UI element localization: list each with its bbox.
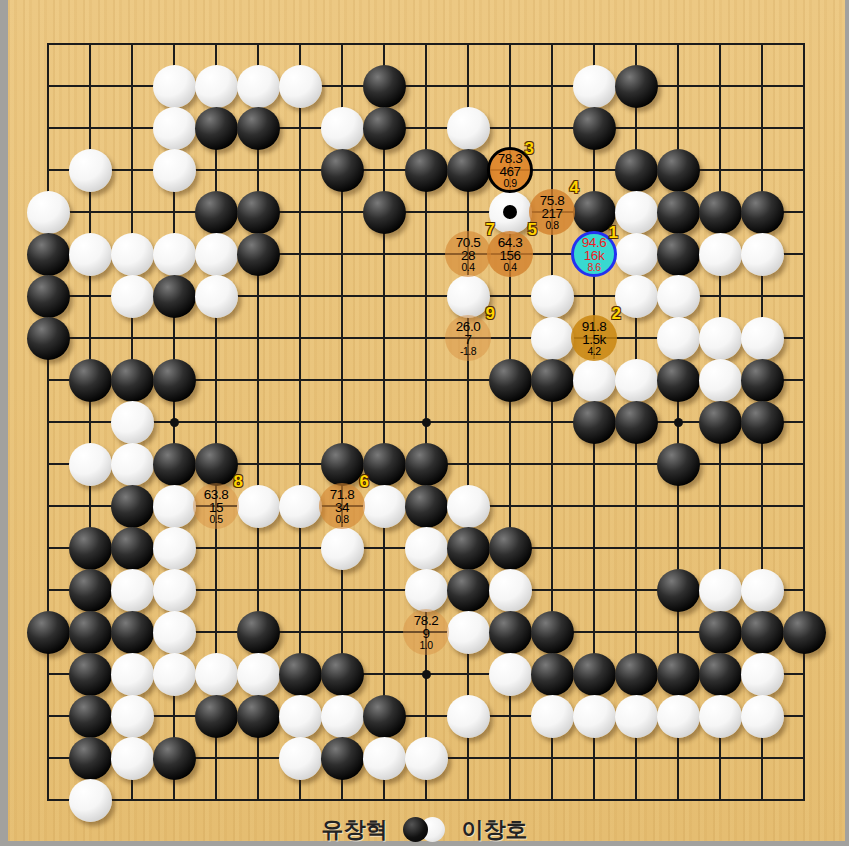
suggestion-rank: 9 bbox=[486, 304, 495, 324]
suggestion-winrate: 94.6 bbox=[582, 236, 606, 249]
stone-black bbox=[279, 653, 322, 696]
stone-white bbox=[405, 527, 448, 570]
suggestion-winrate: 26.0 bbox=[456, 320, 480, 333]
stone-white bbox=[447, 485, 490, 528]
stone-white bbox=[153, 611, 196, 654]
stone-white bbox=[195, 233, 238, 276]
ai-suggestion-move-3[interactable]: 78.34670.93 bbox=[487, 147, 533, 193]
stone-black bbox=[195, 443, 238, 486]
ai-suggestion-move-8[interactable]: 63.8150.58 bbox=[193, 483, 239, 529]
game-caption: 유창혁 이창호 bbox=[0, 815, 849, 845]
suggestion-winrate: 78.2 bbox=[414, 614, 438, 627]
suggestion-visits: 28 bbox=[461, 249, 475, 262]
suggestion-score: 8.6 bbox=[587, 262, 600, 273]
suggestion-winrate: 64.3 bbox=[498, 236, 522, 249]
stone-black bbox=[237, 233, 280, 276]
stone-black bbox=[405, 149, 448, 192]
suggestion-score: 0.9 bbox=[503, 178, 516, 189]
stone-white bbox=[699, 233, 742, 276]
suggestion-score: 0.4 bbox=[461, 262, 474, 273]
stone-white bbox=[741, 695, 784, 738]
grid-line bbox=[803, 43, 805, 801]
suggestion-winrate: 91.8 bbox=[582, 320, 606, 333]
stone-black bbox=[573, 653, 616, 696]
stone-black bbox=[237, 191, 280, 234]
stone-white bbox=[69, 443, 112, 486]
stone-white bbox=[195, 65, 238, 108]
stone-black bbox=[531, 611, 574, 654]
stone-black bbox=[237, 695, 280, 738]
stone-white bbox=[615, 233, 658, 276]
suggestion-winrate: 63.8 bbox=[204, 488, 228, 501]
ai-suggestion-move-1[interactable]: 94.616k8.61 bbox=[571, 231, 617, 277]
stone-white bbox=[195, 275, 238, 318]
stone-black bbox=[489, 611, 532, 654]
stone-white bbox=[615, 191, 658, 234]
stone-white bbox=[153, 485, 196, 528]
suggestion-score: 0.8 bbox=[545, 220, 558, 231]
suggestion-visits: 34 bbox=[335, 501, 349, 514]
stone-white bbox=[279, 695, 322, 738]
stone-black bbox=[321, 443, 364, 486]
go-analysis-app: 94.616k8.6191.81.5k4.2278.34670.9375.821… bbox=[0, 0, 849, 846]
stone-white bbox=[153, 107, 196, 150]
stone-black bbox=[195, 107, 238, 150]
stone-black bbox=[195, 695, 238, 738]
stone-black bbox=[153, 737, 196, 780]
stone-black bbox=[447, 149, 490, 192]
stone-white bbox=[699, 359, 742, 402]
stone-white bbox=[615, 695, 658, 738]
stone-black bbox=[69, 737, 112, 780]
stone-white bbox=[69, 149, 112, 192]
stone-white bbox=[111, 653, 154, 696]
stone-white bbox=[657, 275, 700, 318]
stone-white bbox=[741, 569, 784, 612]
stone-white bbox=[363, 737, 406, 780]
star-point bbox=[422, 418, 431, 427]
stone-white bbox=[741, 653, 784, 696]
stone-black bbox=[615, 401, 658, 444]
suggestion-visits: 16k bbox=[584, 249, 604, 262]
stone-black bbox=[615, 65, 658, 108]
stone-white bbox=[153, 233, 196, 276]
stone-black bbox=[69, 695, 112, 738]
stone-white bbox=[489, 653, 532, 696]
stone-white bbox=[153, 569, 196, 612]
star-point bbox=[170, 418, 179, 427]
stone-white bbox=[741, 233, 784, 276]
stone-black bbox=[657, 191, 700, 234]
ai-suggestion-move[interactable]: 78.291.0 bbox=[403, 609, 449, 655]
suggestion-score: 0.4 bbox=[503, 262, 516, 273]
stone-black bbox=[615, 653, 658, 696]
stone-white bbox=[699, 695, 742, 738]
stone-black bbox=[489, 359, 532, 402]
suggestion-score: 4.2 bbox=[587, 346, 600, 357]
stone-black bbox=[531, 653, 574, 696]
stone-white bbox=[153, 527, 196, 570]
stone-white bbox=[69, 233, 112, 276]
ai-suggestion-move-7[interactable]: 70.5280.47 bbox=[445, 231, 491, 277]
stone-white bbox=[153, 653, 196, 696]
stone-white bbox=[279, 65, 322, 108]
stone-black bbox=[657, 569, 700, 612]
stone-white bbox=[27, 191, 70, 234]
suggestion-visits: 1.5k bbox=[582, 333, 606, 346]
white-player-name: 이창호 bbox=[462, 815, 528, 845]
stone-white bbox=[321, 107, 364, 150]
stone-white bbox=[447, 695, 490, 738]
stone-white bbox=[657, 317, 700, 360]
stone-black bbox=[111, 611, 154, 654]
suggestion-winrate: 71.8 bbox=[330, 488, 354, 501]
suggestion-score: -1.8 bbox=[460, 346, 476, 357]
players-stones-icon bbox=[403, 817, 447, 843]
stone-black bbox=[153, 443, 196, 486]
stone-white bbox=[111, 737, 154, 780]
stone-black bbox=[27, 233, 70, 276]
suggestion-visits: 217 bbox=[541, 207, 562, 220]
stone-black bbox=[69, 527, 112, 570]
suggestion-visits: 7 bbox=[464, 333, 471, 346]
stone-black bbox=[657, 359, 700, 402]
stone-black bbox=[783, 611, 826, 654]
stone-black bbox=[741, 191, 784, 234]
stone-black bbox=[69, 359, 112, 402]
stone-black bbox=[321, 653, 364, 696]
stone-black bbox=[27, 611, 70, 654]
stone-black bbox=[573, 107, 616, 150]
stone-black bbox=[699, 653, 742, 696]
black-stone-icon bbox=[403, 817, 428, 842]
stone-white bbox=[489, 569, 532, 612]
stone-black bbox=[321, 737, 364, 780]
stone-white bbox=[699, 569, 742, 612]
star-point bbox=[674, 418, 683, 427]
stone-white bbox=[111, 569, 154, 612]
suggestion-rank: 4 bbox=[570, 178, 579, 198]
stone-white bbox=[531, 275, 574, 318]
stone-black bbox=[657, 653, 700, 696]
last-move-marker bbox=[503, 205, 517, 219]
stone-black bbox=[237, 107, 280, 150]
suggestion-winrate: 75.8 bbox=[540, 194, 564, 207]
stone-white bbox=[447, 275, 490, 318]
stone-black bbox=[657, 233, 700, 276]
star-point bbox=[422, 670, 431, 679]
stone-white bbox=[279, 737, 322, 780]
stone-black bbox=[69, 653, 112, 696]
stone-black bbox=[447, 527, 490, 570]
suggestion-rank: 8 bbox=[234, 472, 243, 492]
stone-black bbox=[111, 359, 154, 402]
suggestion-winrate: 78.3 bbox=[498, 152, 522, 165]
stone-black bbox=[699, 191, 742, 234]
black-player-name: 유창혁 bbox=[322, 815, 388, 845]
stone-white bbox=[321, 527, 364, 570]
stone-black bbox=[27, 317, 70, 360]
stone-white bbox=[321, 695, 364, 738]
stone-black bbox=[237, 611, 280, 654]
stone-white bbox=[111, 695, 154, 738]
stone-black bbox=[741, 359, 784, 402]
stone-white bbox=[111, 233, 154, 276]
stone-white bbox=[615, 359, 658, 402]
stone-white bbox=[741, 317, 784, 360]
suggestion-score: 1.0 bbox=[419, 640, 432, 651]
stone-white bbox=[153, 149, 196, 192]
stone-white bbox=[405, 569, 448, 612]
stone-white bbox=[531, 695, 574, 738]
suggestion-score: 0.5 bbox=[209, 514, 222, 525]
stone-black bbox=[363, 695, 406, 738]
stone-black bbox=[321, 149, 364, 192]
stone-black bbox=[699, 401, 742, 444]
stone-black bbox=[657, 149, 700, 192]
stone-white bbox=[657, 695, 700, 738]
stone-white bbox=[447, 611, 490, 654]
suggestion-visits: 467 bbox=[499, 165, 520, 178]
stone-black bbox=[657, 443, 700, 486]
grid-line bbox=[47, 799, 805, 801]
stone-black bbox=[195, 191, 238, 234]
suggestion-visits: 156 bbox=[499, 249, 520, 262]
stone-white bbox=[111, 401, 154, 444]
stone-white bbox=[153, 65, 196, 108]
stone-black bbox=[27, 275, 70, 318]
stone-black bbox=[69, 569, 112, 612]
suggestion-visits: 9 bbox=[422, 627, 429, 640]
suggestion-rank: 3 bbox=[525, 139, 534, 159]
stone-white bbox=[111, 443, 154, 486]
stone-black bbox=[405, 485, 448, 528]
stone-white bbox=[447, 107, 490, 150]
stone-black bbox=[363, 191, 406, 234]
stone-black bbox=[489, 527, 532, 570]
suggestion-rank: 6 bbox=[360, 472, 369, 492]
stone-white bbox=[573, 65, 616, 108]
stone-black bbox=[153, 275, 196, 318]
stone-black bbox=[447, 569, 490, 612]
stone-white bbox=[111, 275, 154, 318]
stone-black bbox=[153, 359, 196, 402]
ai-suggestion-move-2[interactable]: 91.81.5k4.22 bbox=[571, 315, 617, 361]
suggestion-visits: 15 bbox=[209, 501, 223, 514]
stone-black bbox=[699, 611, 742, 654]
stone-black bbox=[741, 401, 784, 444]
stone-black bbox=[111, 527, 154, 570]
stone-white bbox=[237, 653, 280, 696]
suggestion-winrate: 70.5 bbox=[456, 236, 480, 249]
ai-suggestion-move-9[interactable]: 26.07-1.89 bbox=[445, 315, 491, 361]
suggestion-score: 0.8 bbox=[335, 514, 348, 525]
stone-black bbox=[531, 359, 574, 402]
stone-black bbox=[111, 485, 154, 528]
suggestion-rank: 5 bbox=[528, 220, 537, 240]
stone-white bbox=[405, 737, 448, 780]
stone-black bbox=[363, 107, 406, 150]
stone-white bbox=[531, 317, 574, 360]
stone-white bbox=[279, 485, 322, 528]
stone-black bbox=[405, 443, 448, 486]
suggestion-rank: 1 bbox=[609, 223, 618, 243]
stone-black bbox=[573, 401, 616, 444]
stone-white bbox=[237, 65, 280, 108]
stone-white bbox=[573, 695, 616, 738]
stone-black bbox=[363, 65, 406, 108]
ai-suggestion-move-6[interactable]: 71.8340.86 bbox=[319, 483, 365, 529]
suggestion-rank: 7 bbox=[486, 220, 495, 240]
stone-black bbox=[69, 611, 112, 654]
stone-white bbox=[195, 653, 238, 696]
stone-black bbox=[615, 149, 658, 192]
stone-black bbox=[741, 611, 784, 654]
stone-white bbox=[573, 359, 616, 402]
suggestion-rank: 2 bbox=[612, 304, 621, 324]
stone-white bbox=[699, 317, 742, 360]
